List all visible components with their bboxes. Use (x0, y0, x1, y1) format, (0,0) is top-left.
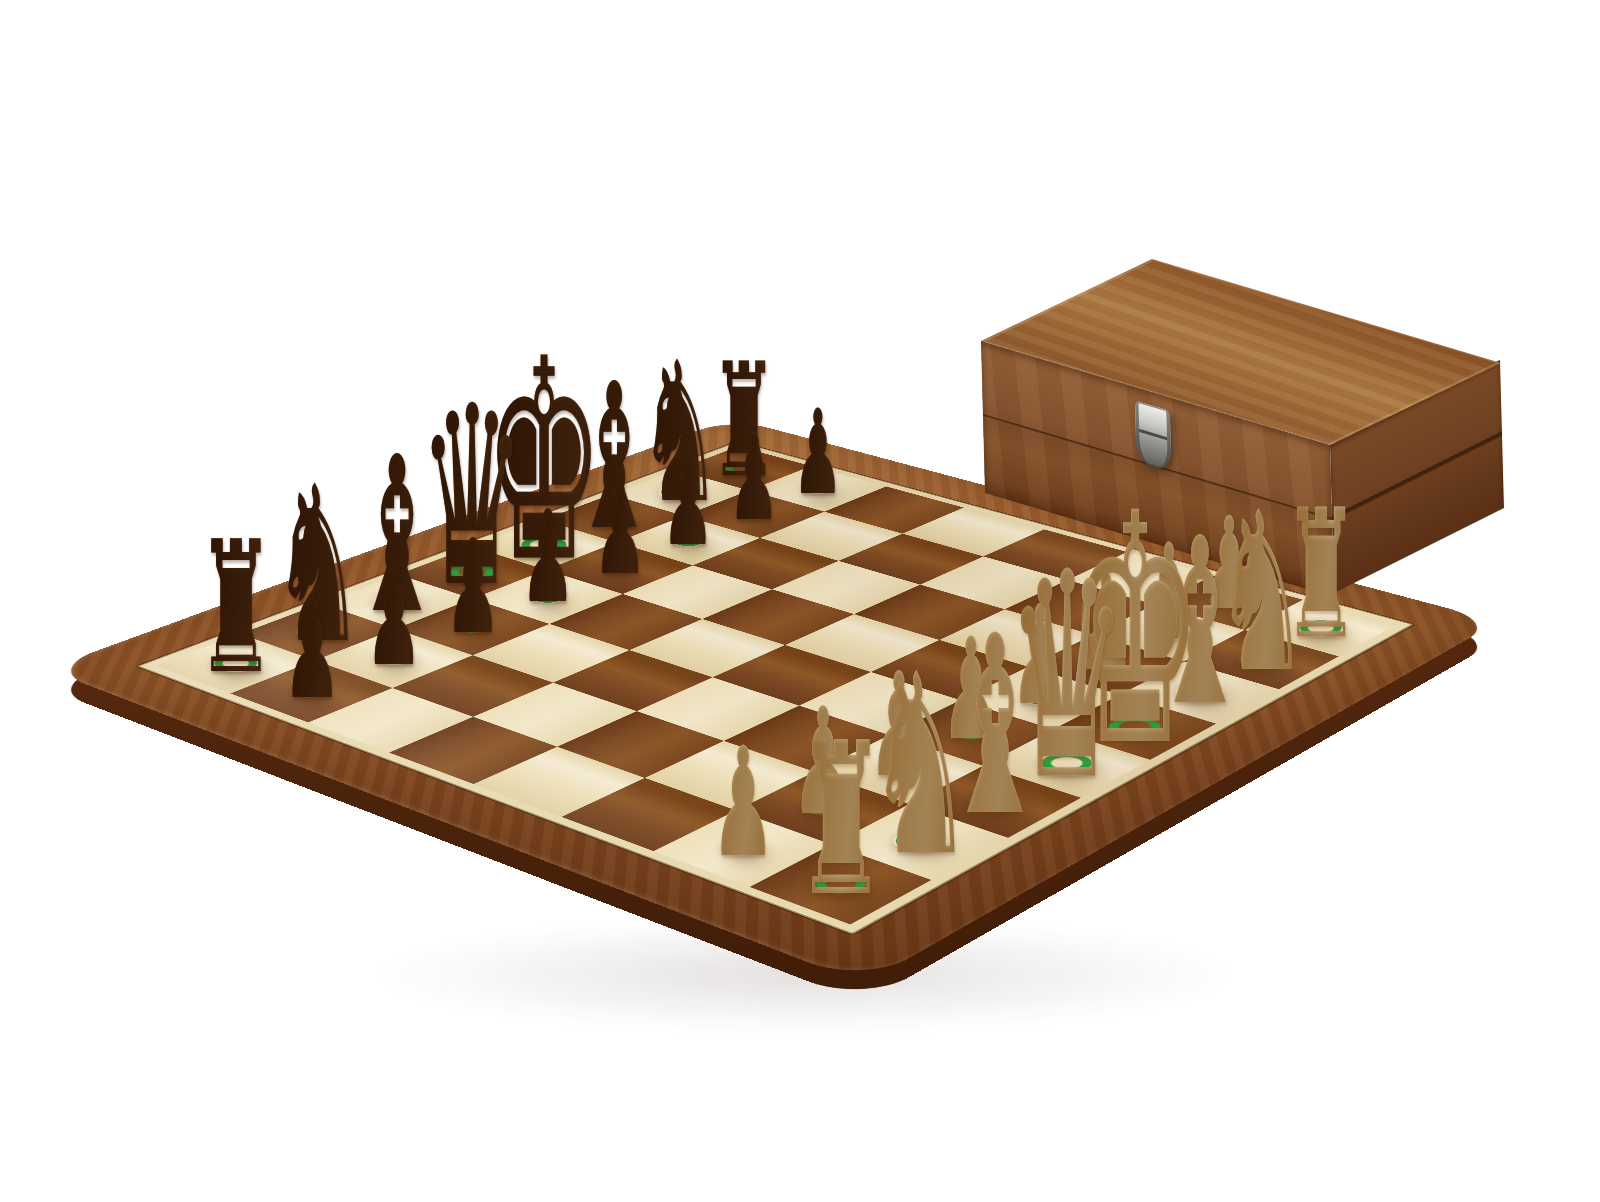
box-latch (1135, 400, 1172, 471)
product-photo-scene: ♜♞♝♛♚♝♞♜♟♟♟♟♟♟♟♟♟♟♟♟♟♟♟♟♜♞♝♛♚♝♞♜ (0, 0, 1600, 1202)
